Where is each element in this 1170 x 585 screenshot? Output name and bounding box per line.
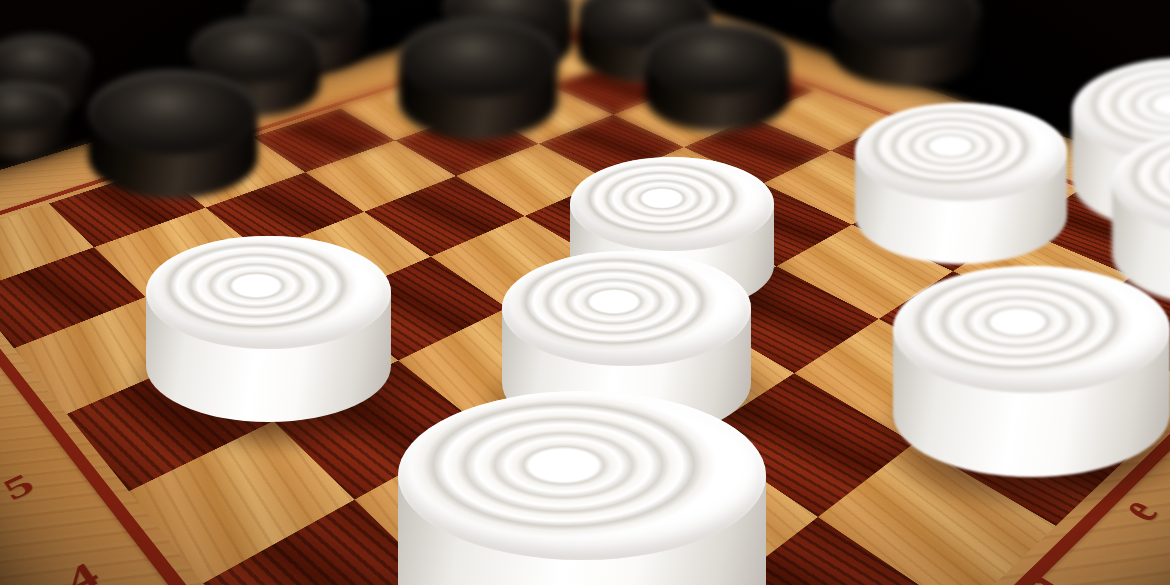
black-piece-top-rings: ⛂ bbox=[247, 0, 367, 42]
black-piece-top-rings: ⛂ bbox=[0, 35, 90, 88]
checkers-board: 12345678 abcdefgh bbox=[0, 0, 1170, 585]
rank-label-6: 6 bbox=[0, 386, 4, 435]
black-piece-top-rings: ⛂ bbox=[0, 82, 68, 132]
black-piece-top-rings: ⛂ bbox=[190, 18, 320, 83]
checkers-photo-scene: 12345678 abcdefgh ⛂⛂⛂⛂⛂⛂⛂⛂⛂⛂ ⛀⛀⛀⛀⛀⛀⛀⛀ bbox=[0, 0, 1170, 585]
black-checker-piece[interactable]: ⛂ bbox=[247, 0, 367, 73]
black-piece-side bbox=[0, 107, 68, 158]
black-checker-piece[interactable]: ⛂ bbox=[0, 82, 68, 158]
black-piece-side bbox=[0, 61, 90, 115]
board-grid bbox=[0, 17, 1170, 585]
black-piece-top-rings: ⛂ bbox=[832, 0, 980, 49]
rank-label-5: 5 bbox=[0, 458, 61, 516]
rank-label-4: 4 bbox=[35, 544, 128, 585]
black-checker-piece[interactable]: ⛂ bbox=[0, 35, 90, 115]
